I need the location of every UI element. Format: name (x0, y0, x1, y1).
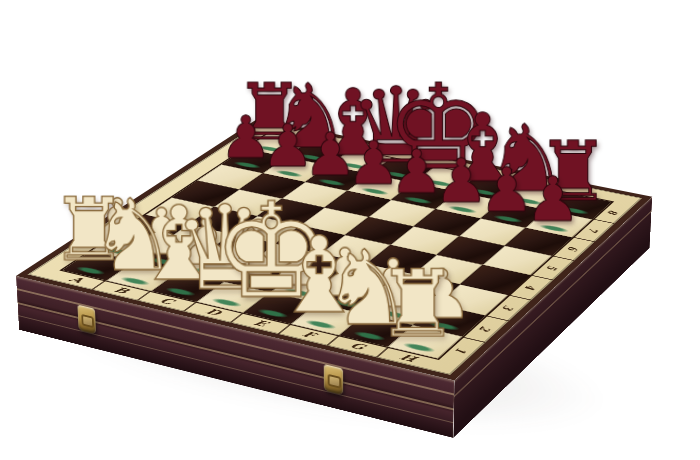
white-rook[interactable]: ♜ (376, 261, 459, 349)
clasp-icon (324, 364, 343, 395)
file-label: F (299, 330, 319, 340)
rank-label: 3 (499, 304, 518, 311)
rank-label: 4 (522, 284, 540, 291)
file-label: G (347, 341, 369, 352)
file-label: E (250, 318, 270, 328)
chess-set-photo: ♜♞♝♛♚♝♞♜♟♟♟♟♟♟♟♟♟♟♟♟♟♟♟♟♜♞♝♛♚♝♞♜ ABCDEFG… (0, 0, 700, 460)
clasp-icon (77, 305, 96, 335)
rank-label: 6 (565, 246, 583, 252)
rank-label: 2 (476, 325, 495, 332)
rank-label: 5 (544, 265, 562, 271)
file-label: B (111, 286, 132, 296)
rank-label: 8 (605, 209, 622, 215)
file-label: H (396, 353, 419, 364)
file-label: A (66, 275, 86, 284)
rank-label: 7 (585, 227, 602, 233)
red-pawn[interactable]: ♟ (525, 171, 580, 230)
